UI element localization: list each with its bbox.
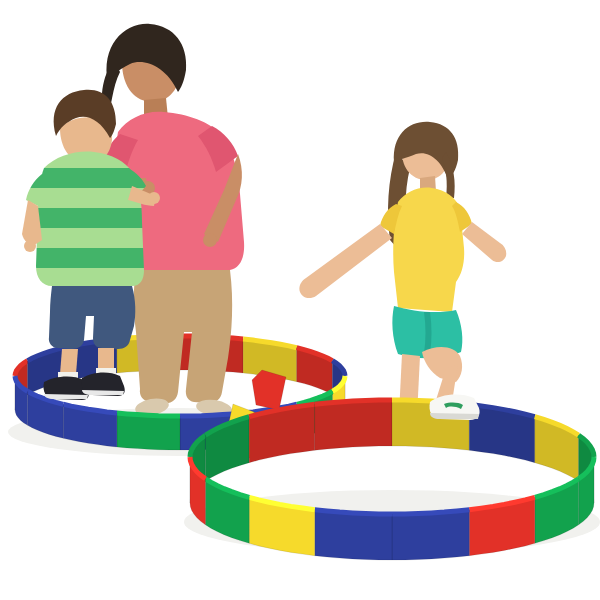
boy-right-hand bbox=[24, 240, 36, 252]
left-loop-top-edge bbox=[117, 413, 180, 416]
figure-eight-balance-path-scene bbox=[0, 0, 600, 600]
red-wedge bbox=[252, 370, 286, 410]
girl-right-hand bbox=[493, 248, 505, 260]
girl-left-arm bbox=[299, 224, 392, 298]
girl-right-thigh bbox=[422, 347, 462, 382]
girl-left-hand bbox=[300, 283, 312, 295]
boy-shorts bbox=[49, 286, 135, 349]
boy-left-leg bbox=[60, 349, 78, 374]
right-loop-segment-blue bbox=[392, 510, 469, 560]
girl-sneaker-sole bbox=[430, 413, 479, 419]
woman-left-hand bbox=[203, 233, 217, 247]
right-loop-segment-blue bbox=[315, 510, 392, 560]
product-photo bbox=[0, 0, 600, 600]
right-loop-back-band bbox=[190, 400, 594, 503]
boy-right-leg bbox=[98, 348, 114, 370]
woman-pants bbox=[134, 270, 232, 403]
left-loop-segment-green bbox=[117, 413, 180, 450]
boy-left-hand bbox=[148, 192, 160, 204]
right-loop-segment-red bbox=[315, 400, 392, 450]
